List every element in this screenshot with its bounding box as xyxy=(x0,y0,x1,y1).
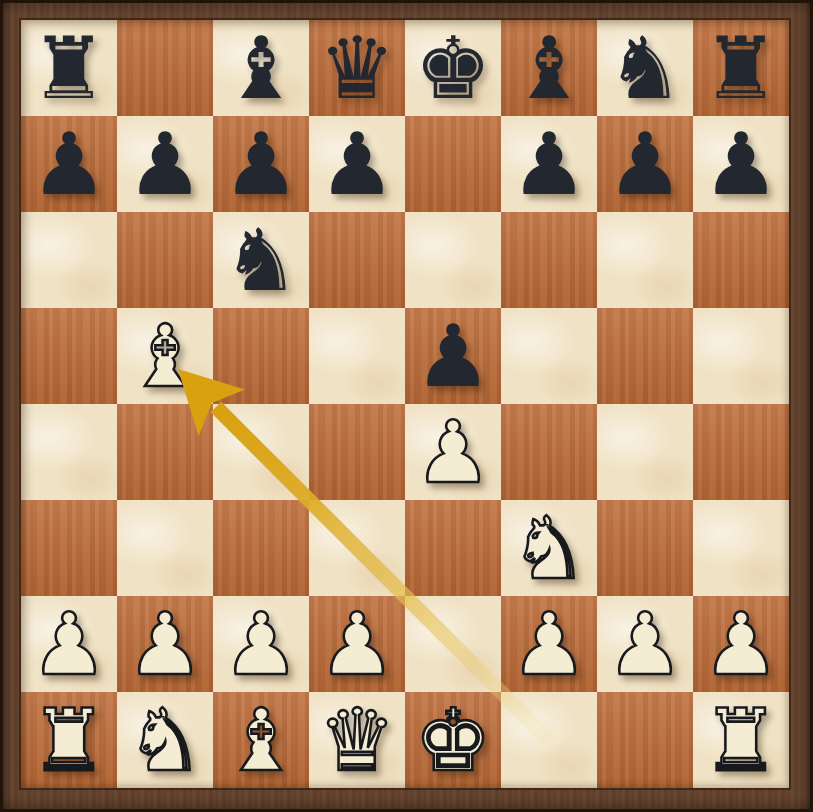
square-f8[interactable]: ♝ xyxy=(501,20,597,116)
piece-white-pawn[interactable]: ♟ xyxy=(606,601,683,687)
square-f1[interactable] xyxy=(501,692,597,788)
piece-black-pawn[interactable]: ♟ xyxy=(318,121,395,207)
piece-white-knight[interactable]: ♞ xyxy=(510,505,587,591)
square-b3[interactable] xyxy=(117,500,213,596)
piece-black-rook[interactable]: ♜ xyxy=(702,25,779,111)
square-h2[interactable]: ♟ xyxy=(693,596,789,692)
piece-black-pawn[interactable]: ♟ xyxy=(222,121,299,207)
square-d6[interactable] xyxy=(309,212,405,308)
square-f5[interactable] xyxy=(501,308,597,404)
square-b6[interactable] xyxy=(117,212,213,308)
piece-black-knight[interactable]: ♞ xyxy=(606,25,683,111)
square-c2[interactable]: ♟ xyxy=(213,596,309,692)
square-d5[interactable] xyxy=(309,308,405,404)
square-b2[interactable]: ♟ xyxy=(117,596,213,692)
square-a8[interactable]: ♜ xyxy=(21,20,117,116)
square-e6[interactable] xyxy=(405,212,501,308)
square-e7[interactable] xyxy=(405,116,501,212)
square-g7[interactable]: ♟ xyxy=(597,116,693,212)
square-a2[interactable]: ♟ xyxy=(21,596,117,692)
square-h3[interactable] xyxy=(693,500,789,596)
piece-white-bishop[interactable]: ♝ xyxy=(222,697,299,783)
piece-white-queen[interactable]: ♛ xyxy=(318,697,395,783)
square-d8[interactable]: ♛ xyxy=(309,20,405,116)
square-a3[interactable] xyxy=(21,500,117,596)
square-h5[interactable] xyxy=(693,308,789,404)
square-e3[interactable] xyxy=(405,500,501,596)
square-d7[interactable]: ♟ xyxy=(309,116,405,212)
square-b8[interactable] xyxy=(117,20,213,116)
square-f3[interactable]: ♞ xyxy=(501,500,597,596)
square-h7[interactable]: ♟ xyxy=(693,116,789,212)
piece-black-bishop[interactable]: ♝ xyxy=(510,25,587,111)
piece-black-knight[interactable]: ♞ xyxy=(222,217,299,303)
square-a7[interactable]: ♟ xyxy=(21,116,117,212)
square-f2[interactable]: ♟ xyxy=(501,596,597,692)
square-g2[interactable]: ♟ xyxy=(597,596,693,692)
square-b4[interactable] xyxy=(117,404,213,500)
square-b7[interactable]: ♟ xyxy=(117,116,213,212)
piece-white-rook[interactable]: ♜ xyxy=(30,697,107,783)
square-e8[interactable]: ♚ xyxy=(405,20,501,116)
square-e4[interactable]: ♟ xyxy=(405,404,501,500)
piece-black-pawn[interactable]: ♟ xyxy=(126,121,203,207)
piece-white-pawn[interactable]: ♟ xyxy=(126,601,203,687)
square-b5[interactable]: ♝ xyxy=(117,308,213,404)
square-g4[interactable] xyxy=(597,404,693,500)
square-h6[interactable] xyxy=(693,212,789,308)
square-e2[interactable] xyxy=(405,596,501,692)
square-c7[interactable]: ♟ xyxy=(213,116,309,212)
piece-white-pawn[interactable]: ♟ xyxy=(222,601,299,687)
piece-white-knight[interactable]: ♞ xyxy=(126,697,203,783)
square-e1[interactable]: ♚ xyxy=(405,692,501,788)
square-a5[interactable] xyxy=(21,308,117,404)
square-c1[interactable]: ♝ xyxy=(213,692,309,788)
square-f7[interactable]: ♟ xyxy=(501,116,597,212)
piece-black-pawn[interactable]: ♟ xyxy=(702,121,779,207)
piece-black-queen[interactable]: ♛ xyxy=(318,25,395,111)
square-e5[interactable]: ♟ xyxy=(405,308,501,404)
chess-board: ♜♝♛♚♝♞♜♟♟♟♟♟♟♟♞♝♟♟♞♟♟♟♟♟♟♟♜♞♝♛♚♜ xyxy=(21,20,789,788)
square-c5[interactable] xyxy=(213,308,309,404)
square-f6[interactable] xyxy=(501,212,597,308)
square-g5[interactable] xyxy=(597,308,693,404)
piece-white-pawn[interactable]: ♟ xyxy=(702,601,779,687)
square-h4[interactable] xyxy=(693,404,789,500)
piece-black-pawn[interactable]: ♟ xyxy=(510,121,587,207)
square-f4[interactable] xyxy=(501,404,597,500)
square-c4[interactable] xyxy=(213,404,309,500)
piece-black-bishop[interactable]: ♝ xyxy=(222,25,299,111)
piece-white-pawn[interactable]: ♟ xyxy=(30,601,107,687)
square-a1[interactable]: ♜ xyxy=(21,692,117,788)
square-a4[interactable] xyxy=(21,404,117,500)
piece-black-pawn[interactable]: ♟ xyxy=(606,121,683,207)
piece-black-pawn[interactable]: ♟ xyxy=(30,121,107,207)
square-d1[interactable]: ♛ xyxy=(309,692,405,788)
square-g3[interactable] xyxy=(597,500,693,596)
square-g8[interactable]: ♞ xyxy=(597,20,693,116)
piece-white-pawn[interactable]: ♟ xyxy=(414,409,491,495)
piece-black-rook[interactable]: ♜ xyxy=(30,25,107,111)
square-d4[interactable] xyxy=(309,404,405,500)
piece-white-pawn[interactable]: ♟ xyxy=(510,601,587,687)
square-c8[interactable]: ♝ xyxy=(213,20,309,116)
piece-white-bishop[interactable]: ♝ xyxy=(126,313,203,399)
square-d3[interactable] xyxy=(309,500,405,596)
square-h1[interactable]: ♜ xyxy=(693,692,789,788)
square-b1[interactable]: ♞ xyxy=(117,692,213,788)
square-d2[interactable]: ♟ xyxy=(309,596,405,692)
piece-black-king[interactable]: ♚ xyxy=(414,25,491,111)
square-h8[interactable]: ♜ xyxy=(693,20,789,116)
square-g6[interactable] xyxy=(597,212,693,308)
square-g1[interactable] xyxy=(597,692,693,788)
piece-white-rook[interactable]: ♜ xyxy=(702,697,779,783)
piece-white-pawn[interactable]: ♟ xyxy=(318,601,395,687)
square-a6[interactable] xyxy=(21,212,117,308)
square-c6[interactable]: ♞ xyxy=(213,212,309,308)
square-c3[interactable] xyxy=(213,500,309,596)
piece-white-king[interactable]: ♚ xyxy=(414,697,491,783)
piece-black-pawn[interactable]: ♟ xyxy=(414,313,491,399)
